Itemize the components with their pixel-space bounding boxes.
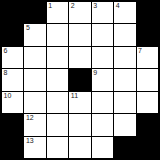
crossword-cell-r4c6[interactable] [137, 92, 158, 113]
crossword-cell-r0c4[interactable]: 3 [92, 2, 113, 23]
black-cell-r6c5 [114, 137, 135, 158]
clue-number-8: 8 [4, 69, 8, 77]
crossword-cell-r2c0[interactable]: 6 [2, 47, 23, 68]
crossword-cell-r6c3[interactable] [69, 137, 90, 158]
black-cell-r0c1 [24, 2, 45, 23]
crossword-cell-r2c6[interactable]: 7 [137, 47, 158, 68]
crossword-cell-r4c2[interactable] [47, 92, 68, 113]
black-cell-r1c6 [137, 24, 158, 45]
crossword-cell-r5c4[interactable] [92, 114, 113, 135]
crossword-cell-r6c1[interactable]: 13 [24, 137, 45, 158]
crossword-cell-r0c3[interactable]: 2 [69, 2, 90, 23]
crossword-board: 12345678910111213 [0, 0, 160, 160]
crossword-cell-r5c5[interactable] [114, 114, 135, 135]
clue-number-1: 1 [48, 2, 52, 10]
crossword-cell-r1c3[interactable] [69, 24, 90, 45]
black-cell-r0c6 [137, 2, 158, 23]
crossword-cell-r6c4[interactable] [92, 137, 113, 158]
clue-number-12: 12 [26, 114, 34, 122]
black-cell-r5c0 [2, 114, 23, 135]
clue-number-9: 9 [93, 69, 97, 77]
clue-number-11: 11 [71, 92, 78, 100]
crossword-cell-r5c1[interactable]: 12 [24, 114, 45, 135]
crossword-cell-r4c3[interactable]: 11 [69, 92, 90, 113]
crossword-cell-r2c3[interactable] [69, 47, 90, 68]
clue-number-6: 6 [4, 47, 8, 55]
black-cell-r6c0 [2, 137, 23, 158]
clue-number-4: 4 [116, 2, 120, 10]
crossword-cell-r2c4[interactable] [92, 47, 113, 68]
crossword-cell-r6c2[interactable] [47, 137, 68, 158]
crossword-cell-r4c5[interactable] [114, 92, 135, 113]
crossword-cell-r1c4[interactable] [92, 24, 113, 45]
black-cell-r3c3 [69, 69, 90, 90]
clue-number-10: 10 [4, 92, 12, 100]
crossword-cell-r1c5[interactable] [114, 24, 135, 45]
crossword-cell-r3c6[interactable] [137, 69, 158, 90]
clue-number-13: 13 [26, 137, 34, 145]
crossword-cell-r5c2[interactable] [47, 114, 68, 135]
crossword-cell-r2c5[interactable] [114, 47, 135, 68]
clue-number-3: 3 [93, 2, 97, 10]
crossword-cell-r3c0[interactable]: 8 [2, 69, 23, 90]
black-cell-r6c6 [137, 137, 158, 158]
black-cell-r5c6 [137, 114, 158, 135]
crossword-cell-r0c5[interactable]: 4 [114, 2, 135, 23]
crossword-cell-r3c2[interactable] [47, 69, 68, 90]
black-cell-r1c0 [2, 24, 23, 45]
clue-number-5: 5 [26, 24, 30, 32]
crossword-cell-r0c2[interactable]: 1 [47, 2, 68, 23]
crossword-cell-r2c2[interactable] [47, 47, 68, 68]
crossword-cell-r3c4[interactable]: 9 [92, 69, 113, 90]
crossword-cell-r4c1[interactable] [24, 92, 45, 113]
crossword-cell-r2c1[interactable] [24, 47, 45, 68]
crossword-cell-r3c1[interactable] [24, 69, 45, 90]
clue-number-7: 7 [138, 47, 142, 55]
crossword-cell-r3c5[interactable] [114, 69, 135, 90]
crossword-cell-r1c1[interactable]: 5 [24, 24, 45, 45]
crossword-cell-r4c0[interactable]: 10 [2, 92, 23, 113]
crossword-cell-r1c2[interactable] [47, 24, 68, 45]
crossword-cell-r5c3[interactable] [69, 114, 90, 135]
black-cell-r0c0 [2, 2, 23, 23]
crossword-cell-r4c4[interactable] [92, 92, 113, 113]
clue-number-2: 2 [71, 2, 75, 10]
